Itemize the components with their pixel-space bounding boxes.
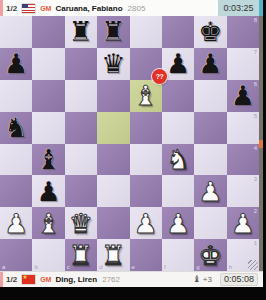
square-d5[interactable] [97,112,129,144]
square-c2[interactable]: ♛ [65,207,97,239]
square-b1[interactable]: b [32,239,64,271]
top-bar-left-edge [0,0,3,16]
square-d3[interactable] [97,175,129,207]
square-a6[interactable] [0,80,32,112]
square-g7[interactable]: ♟ [194,48,226,80]
bottom-player-bar: 1/2 GM Ding, Liren 2762 ♝ +3 0:05:08 [0,271,263,287]
square-a1[interactable]: a [0,239,32,271]
bottom-player-title-badge: GM [40,276,51,283]
square-d4[interactable] [97,144,129,176]
board-side-scrollbar[interactable] [259,16,263,271]
square-a3[interactable] [0,175,32,207]
black-pawn-g7[interactable]: ♟ [198,48,222,79]
square-h6[interactable]: ♟6 [227,80,259,112]
square-g3[interactable]: ♟ [194,175,226,207]
file-label-h: h [229,264,232,270]
square-d6[interactable] [97,80,129,112]
rank-label-5: 5 [254,113,257,119]
square-h4[interactable]: 4 [227,144,259,176]
white-rook-d1[interactable]: ♜ [101,240,125,271]
broadcast-board-window: 1/2 GM Caruana, Fabiano 2805 0:03:25 ♜♜♚… [0,0,266,300]
square-c4[interactable] [65,144,97,176]
square-c5[interactable] [65,112,97,144]
white-pawn-a2[interactable]: ♟ [4,208,28,239]
white-pawn-h2[interactable]: ♟ [231,208,255,239]
white-bishop-e6[interactable]: ♝ [134,80,158,111]
square-f3[interactable] [162,175,194,207]
square-f6[interactable] [162,80,194,112]
square-h7[interactable]: 7 [227,48,259,80]
white-pawn-g3[interactable]: ♟ [198,176,222,207]
square-c7[interactable] [65,48,97,80]
square-f8[interactable] [162,16,194,48]
square-b6[interactable] [32,80,64,112]
file-label-d: d [99,264,102,270]
square-e5[interactable] [130,112,162,144]
square-g6[interactable] [194,80,226,112]
square-c1[interactable]: ♜c [65,239,97,271]
white-queen-c2[interactable]: ♛ [69,208,93,239]
file-label-b: b [34,264,37,270]
square-e1[interactable]: e [130,239,162,271]
square-c6[interactable] [65,80,97,112]
square-g4[interactable] [194,144,226,176]
square-f1[interactable]: f [162,239,194,271]
bishop-icon: ♝ [193,275,201,284]
material-advantage-value: +3 [203,275,212,284]
square-h8[interactable]: 8 [227,16,259,48]
white-bishop-b2[interactable]: ♝ [36,208,60,239]
square-b3[interactable]: ♟ [32,175,64,207]
square-c8[interactable]: ♜ [65,16,97,48]
square-d1[interactable]: ♜d [97,239,129,271]
top-player-rating: 2805 [128,4,146,13]
rank-label-3: 3 [254,176,257,182]
black-pawn-b3[interactable]: ♟ [36,176,60,207]
black-queen-d7[interactable]: ♛ [101,48,125,79]
bottom-bar-left-edge [0,272,3,287]
square-b8[interactable] [32,16,64,48]
square-h2[interactable]: ♟2 [227,207,259,239]
square-c3[interactable] [65,175,97,207]
white-pawn-f2[interactable]: ♟ [166,208,190,239]
us-flag-icon [22,4,35,13]
square-e4[interactable] [130,144,162,176]
square-e3[interactable] [130,175,162,207]
square-g5[interactable] [194,112,226,144]
square-f2[interactable]: ♟ [162,207,194,239]
black-bishop-b4[interactable]: ♝ [36,144,60,175]
white-rook-c1[interactable]: ♜ [69,240,93,271]
app-window: 1/2 GM Caruana, Fabiano 2805 0:03:25 ♜♜♚… [0,0,263,287]
file-label-e: e [132,264,135,270]
square-a4[interactable] [0,144,32,176]
square-b4[interactable]: ♝ [32,144,64,176]
top-player-clock: 0:03:25 [218,0,263,16]
square-a5[interactable]: ♞ [0,112,32,144]
black-king-g8[interactable]: ♚ [198,16,222,47]
square-g2[interactable] [194,207,226,239]
square-e8[interactable] [130,16,162,48]
bottom-player-score: 1/2 [6,275,17,284]
square-e2[interactable]: ♟ [130,207,162,239]
black-pawn-f7[interactable]: ♟ [166,48,190,79]
square-f5[interactable] [162,112,194,144]
black-knight-a5[interactable]: ♞ [4,112,28,143]
square-e6[interactable]: ♝ [130,80,162,112]
square-a2[interactable]: ♟ [0,207,32,239]
square-a8[interactable] [0,16,32,48]
file-label-f: f [164,264,166,270]
file-label-c: c [67,264,70,270]
square-b2[interactable]: ♝ [32,207,64,239]
square-b5[interactable] [32,112,64,144]
square-d8[interactable]: ♜ [97,16,129,48]
chess-board[interactable]: ♜♜♚8♟♛♟♟7♝♟6♞5♝♞4♟♟3♟♝♛♟♟♟2ab♜c♜def♚g1h [0,16,259,271]
top-player-score: 1/2 [6,4,17,13]
file-label-a: a [2,264,5,270]
square-b7[interactable] [32,48,64,80]
rank-label-6: 6 [254,81,257,87]
black-pawn-h6[interactable]: ♟ [231,80,255,111]
rank-label-4: 4 [254,145,257,151]
board-area: ♜♜♚8♟♛♟♟7♝♟6♞5♝♞4♟♟3♟♝♛♟♟♟2ab♜c♜def♚g1h … [0,16,263,271]
bottom-player-clock: 0:05:08 [220,273,258,286]
black-rook-d8[interactable]: ♜ [101,16,125,47]
square-d2[interactable] [97,207,129,239]
scrollbar-position-tick [259,140,263,148]
top-player-name: Caruana, Fabiano [55,4,122,13]
rank-label-7: 7 [254,49,257,55]
white-king-g1[interactable]: ♚ [198,240,222,271]
file-label-g: g [196,264,199,270]
resize-grip-icon[interactable] [248,260,258,270]
bottom-player-rating: 2762 [102,275,120,284]
square-a7[interactable]: ♟ [0,48,32,80]
black-rook-c8[interactable]: ♜ [69,16,93,47]
square-h3[interactable]: 3 [227,175,259,207]
square-h5[interactable]: 5 [227,112,259,144]
bottom-player-name: Ding, Liren [55,275,97,284]
white-knight-f4[interactable]: ♞ [166,144,190,175]
rank-label-1: 1 [254,240,257,246]
white-pawn-e2[interactable]: ♟ [134,208,158,239]
rank-label-8: 8 [254,17,257,23]
black-pawn-a7[interactable]: ♟ [4,48,28,79]
material-balance: ♝ +3 [193,275,212,284]
square-g8[interactable]: ♚ [194,16,226,48]
top-player-title-badge: GM [40,5,51,12]
cn-flag-icon [22,275,35,284]
square-g1[interactable]: ♚g [194,239,226,271]
rank-label-2: 2 [254,208,257,214]
blunder-annotation-badge: ?? [152,69,167,84]
square-d7[interactable]: ♛ [97,48,129,80]
top-player-bar: 1/2 GM Caruana, Fabiano 2805 0:03:25 [0,0,263,16]
square-f4[interactable]: ♞ [162,144,194,176]
